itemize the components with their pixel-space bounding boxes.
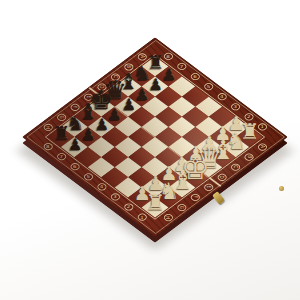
- coordinate-label: 2: [127, 205, 130, 209]
- coordinate-label: B: [246, 155, 252, 158]
- coordinate-label: D: [219, 175, 225, 178]
- coordinate-label: G: [179, 206, 185, 209]
- coordinate-label: 6: [73, 165, 77, 169]
- coordinate-label: 7: [60, 155, 63, 159]
- chess-board: 88HH77GG66FF55EE44DD33CC22BB11AA ♜♞♝♚♛♝♞…: [22, 37, 288, 236]
- coordinate-label: 4: [220, 95, 224, 99]
- coordinate-label: 1: [140, 215, 144, 219]
- coordinate-label: 5: [86, 175, 90, 179]
- coordinate-label: 3: [234, 105, 238, 109]
- coordinate-label: 5: [207, 85, 211, 89]
- coordinate-label: A: [259, 145, 265, 148]
- coordinate-label: 3: [113, 195, 117, 199]
- coordinate-label: 6: [193, 75, 197, 79]
- coordinate-label: C: [233, 166, 239, 169]
- brass-hinge-pin-icon: [279, 186, 284, 191]
- coordinate-label: 8: [46, 145, 50, 149]
- coordinate-label: F: [192, 196, 198, 198]
- piece-white-rook-h1: ♜: [140, 192, 170, 214]
- coordinate-label: 4: [100, 185, 104, 189]
- chess-set-photo: 88HH77GG66FF55EE44DD33CC22BB11AA ♜♞♝♚♛♝♞…: [0, 0, 300, 300]
- coordinate-label: H: [165, 216, 171, 219]
